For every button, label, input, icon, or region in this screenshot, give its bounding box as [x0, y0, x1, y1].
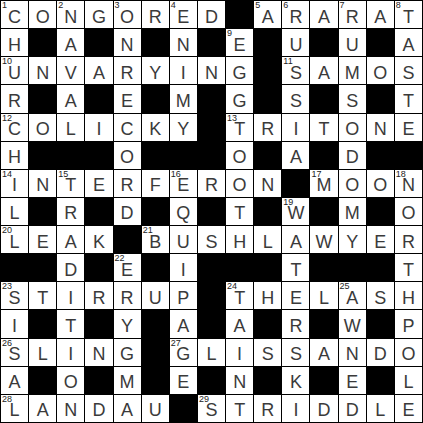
- clue-number: 25: [340, 282, 350, 291]
- cell-letter: C: [121, 116, 134, 138]
- black-cell: [85, 142, 112, 169]
- grid-cell[interactable]: 24T: [226, 282, 253, 309]
- cell-letter: T: [403, 257, 414, 279]
- grid-cell[interactable]: 29S: [198, 395, 225, 422]
- cell-letter: T: [319, 116, 330, 138]
- grid-cell[interactable]: 17M: [310, 170, 337, 197]
- cell-letter: S: [374, 285, 386, 307]
- grid-cell[interactable]: D: [198, 1, 225, 28]
- grid-cell[interactable]: A: [310, 57, 337, 84]
- black-cell: [85, 367, 112, 394]
- cell-letter: N: [64, 397, 77, 419]
- grid-cell[interactable]: S: [339, 85, 366, 112]
- grid-cell[interactable]: A: [1, 367, 28, 394]
- black-cell: [310, 198, 337, 225]
- clue-number: 14: [2, 170, 12, 179]
- cell-letter: A: [318, 341, 330, 363]
- cell-letter: W: [316, 229, 333, 251]
- cell-letter: L: [375, 397, 385, 419]
- grid-cell[interactable]: A: [226, 310, 253, 337]
- grid-cell[interactable]: O: [395, 339, 422, 366]
- cell-letter: O: [401, 200, 415, 222]
- cell-letter: R: [261, 116, 274, 138]
- grid-cell[interactable]: N: [29, 170, 56, 197]
- grid-cell[interactable]: I: [282, 114, 309, 141]
- black-cell: [367, 367, 394, 394]
- grid-cell[interactable]: A: [85, 57, 112, 84]
- cell-letter: S: [262, 341, 274, 363]
- black-cell: [85, 310, 112, 337]
- cell-letter: N: [177, 32, 190, 54]
- grid-cell[interactable]: L: [395, 367, 422, 394]
- clue-number: 6: [283, 1, 288, 10]
- grid-cell[interactable]: A: [170, 310, 197, 337]
- cell-letter: I: [68, 341, 73, 363]
- cell-letter: K: [290, 369, 302, 391]
- grid-cell[interactable]: P: [170, 282, 197, 309]
- grid-cell[interactable]: N: [254, 170, 281, 197]
- grid-cell[interactable]: I: [282, 395, 309, 422]
- black-cell: [367, 254, 394, 281]
- grid-cell[interactable]: D: [339, 395, 366, 422]
- clue-number: 19: [283, 198, 293, 207]
- grid-cell[interactable]: I: [57, 282, 84, 309]
- grid-cell[interactable]: R: [254, 114, 281, 141]
- cell-letter: S: [205, 229, 217, 251]
- cell-letter: D: [64, 257, 77, 279]
- cell-letter: L: [66, 116, 76, 138]
- cell-letter: R: [121, 60, 134, 82]
- grid-cell[interactable]: I: [1, 310, 28, 337]
- grid-cell[interactable]: A: [57, 85, 84, 112]
- grid-cell[interactable]: O: [367, 170, 394, 197]
- cell-letter: I: [12, 172, 17, 194]
- cell-letter: I: [96, 116, 101, 138]
- grid-cell[interactable]: S: [395, 57, 422, 84]
- grid-cell[interactable]: S: [367, 282, 394, 309]
- grid-cell[interactable]: H: [1, 29, 28, 56]
- grid-cell[interactable]: N: [226, 367, 253, 394]
- grid-cell[interactable]: O: [29, 114, 56, 141]
- black-cell: [310, 310, 337, 337]
- cell-letter: D: [121, 200, 134, 222]
- black-cell: [254, 85, 281, 112]
- grid-cell[interactable]: T: [395, 85, 422, 112]
- cell-letter: R: [92, 285, 105, 307]
- grid-cell[interactable]: 12C: [1, 114, 28, 141]
- black-cell: [198, 310, 225, 337]
- grid-cell[interactable]: N: [114, 29, 141, 56]
- grid-cell[interactable]: A: [29, 395, 56, 422]
- grid-cell[interactable]: 8T: [395, 1, 422, 28]
- grid-cell[interactable]: T: [226, 395, 253, 422]
- grid-cell[interactable]: K: [282, 367, 309, 394]
- black-cell: [226, 254, 253, 281]
- cell-letter: N: [36, 172, 49, 194]
- cell-letter: T: [234, 397, 245, 419]
- black-cell: [254, 57, 281, 84]
- cell-letter: O: [401, 341, 415, 363]
- clue-number: 13: [227, 114, 237, 123]
- grid-cell[interactable]: U: [170, 226, 197, 253]
- cell-letter: M: [120, 369, 135, 391]
- cell-letter: G: [92, 4, 106, 26]
- cell-letter: E: [37, 229, 49, 251]
- grid-cell[interactable]: A: [57, 226, 84, 253]
- grid-cell[interactable]: 28L: [1, 395, 28, 422]
- grid-cell[interactable]: T: [57, 310, 84, 337]
- cell-letter: V: [65, 60, 77, 82]
- cell-letter: U: [177, 229, 190, 251]
- cell-letter: H: [233, 229, 246, 251]
- grid-cell[interactable]: H: [395, 282, 422, 309]
- grid-cell[interactable]: I: [226, 339, 253, 366]
- grid-cell[interactable]: E: [114, 85, 141, 112]
- cell-letter: L: [38, 341, 48, 363]
- grid-cell[interactable]: M: [114, 367, 141, 394]
- grid-cell[interactable]: N: [29, 57, 56, 84]
- grid-cell[interactable]: I: [57, 339, 84, 366]
- cell-letter: N: [205, 60, 218, 82]
- grid-cell[interactable]: O: [226, 170, 253, 197]
- grid-cell[interactable]: E: [29, 226, 56, 253]
- grid-cell[interactable]: T: [395, 254, 422, 281]
- grid-cell[interactable]: D: [114, 198, 141, 225]
- grid-cell[interactable]: 6R: [282, 1, 309, 28]
- grid-cell[interactable]: R: [114, 282, 141, 309]
- grid-cell[interactable]: R: [114, 57, 141, 84]
- grid-cell[interactable]: O: [367, 57, 394, 84]
- cell-letter: S: [290, 341, 302, 363]
- grid-cell[interactable]: O: [395, 198, 422, 225]
- grid-cell[interactable]: R: [1, 85, 28, 112]
- grid-cell[interactable]: R: [395, 226, 422, 253]
- black-cell: [198, 29, 225, 56]
- grid-cell[interactable]: S: [282, 85, 309, 112]
- grid-cell[interactable]: E: [395, 395, 422, 422]
- cell-letter: H: [402, 285, 415, 307]
- grid-cell[interactable]: R: [57, 198, 84, 225]
- cell-letter: G: [120, 341, 134, 363]
- black-cell: [310, 367, 337, 394]
- cell-letter: N: [233, 369, 246, 391]
- clue-number: 3: [115, 1, 120, 10]
- grid-cell[interactable]: S: [198, 226, 225, 253]
- cell-letter: D: [92, 397, 105, 419]
- cell-letter: A: [290, 229, 302, 251]
- grid-cell[interactable]: F: [142, 170, 169, 197]
- grid-cell[interactable]: Y: [114, 310, 141, 337]
- grid-cell[interactable]: 2N: [57, 1, 84, 28]
- grid-cell[interactable]: T: [310, 114, 337, 141]
- grid-cell[interactable]: N: [339, 339, 366, 366]
- cell-letter: T: [403, 4, 414, 26]
- cell-letter: I: [293, 397, 298, 419]
- cell-letter: A: [65, 32, 77, 54]
- grid-cell[interactable]: D: [57, 254, 84, 281]
- black-cell: [170, 142, 197, 169]
- clue-number: 11: [283, 57, 292, 66]
- grid-cell[interactable]: 1C: [1, 1, 28, 28]
- grid-cell[interactable]: A: [282, 226, 309, 253]
- cell-letter: L: [206, 341, 216, 363]
- cell-letter: I: [12, 313, 17, 335]
- grid-cell[interactable]: Y: [142, 57, 169, 84]
- cell-letter: O: [233, 172, 247, 194]
- cell-letter: R: [261, 397, 274, 419]
- grid-cell[interactable]: M: [339, 198, 366, 225]
- grid-cell[interactable]: T: [282, 254, 309, 281]
- grid-cell[interactable]: A: [310, 339, 337, 366]
- grid-cell[interactable]: 14I: [1, 170, 28, 197]
- black-cell: [85, 29, 112, 56]
- cell-letter: U: [289, 32, 302, 54]
- grid-cell[interactable]: A: [367, 1, 394, 28]
- cell-letter: U: [149, 285, 162, 307]
- clue-number: 17: [311, 170, 321, 179]
- cell-letter: O: [64, 369, 78, 391]
- cell-letter: D: [318, 397, 331, 419]
- grid-cell[interactable]: K: [85, 226, 112, 253]
- grid-cell[interactable]: 26S: [1, 339, 28, 366]
- grid-cell[interactable]: Q: [170, 198, 197, 225]
- grid-cell[interactable]: A: [114, 395, 141, 422]
- cell-letter: E: [374, 229, 386, 251]
- grid-cell[interactable]: N: [170, 29, 197, 56]
- grid-cell[interactable]: L: [254, 226, 281, 253]
- black-cell: [198, 282, 225, 309]
- cell-letter: A: [374, 4, 386, 26]
- grid-cell[interactable]: 7R: [339, 1, 366, 28]
- cell-letter: O: [345, 116, 359, 138]
- cell-letter: O: [345, 172, 359, 194]
- cell-letter: S: [290, 88, 302, 110]
- grid-cell[interactable]: 13T: [226, 114, 253, 141]
- cell-letter: A: [121, 397, 133, 419]
- grid-cell[interactable]: 3O: [114, 1, 141, 28]
- grid-cell[interactable]: 19W: [282, 198, 309, 225]
- grid-cell[interactable]: G: [85, 1, 112, 28]
- grid-cell[interactable]: R: [254, 395, 281, 422]
- cell-letter: D: [374, 341, 387, 363]
- black-cell: [310, 142, 337, 169]
- cell-letter: E: [290, 285, 302, 307]
- grid-cell[interactable]: I: [170, 57, 197, 84]
- grid-cell[interactable]: R: [142, 1, 169, 28]
- clue-number: 20: [2, 226, 12, 235]
- grid-cell[interactable]: O: [339, 114, 366, 141]
- grid-cell[interactable]: S: [254, 339, 281, 366]
- grid-cell[interactable]: 16E: [170, 170, 197, 197]
- grid-cell[interactable]: L: [198, 339, 225, 366]
- cell-letter: O: [120, 4, 134, 26]
- grid-cell[interactable]: L: [57, 114, 84, 141]
- grid-cell[interactable]: L: [29, 339, 56, 366]
- black-cell: [310, 254, 337, 281]
- grid-cell[interactable]: 18N: [395, 170, 422, 197]
- grid-cell[interactable]: 20L: [1, 226, 28, 253]
- grid-cell[interactable]: M: [170, 85, 197, 112]
- grid-cell[interactable]: 4E: [170, 1, 197, 28]
- cell-letter: R: [346, 4, 359, 26]
- grid-cell[interactable]: H: [254, 282, 281, 309]
- grid-cell[interactable]: O: [339, 170, 366, 197]
- clue-number: 21: [143, 226, 153, 235]
- grid-cell[interactable]: 9E: [226, 29, 253, 56]
- grid-cell[interactable]: K: [142, 114, 169, 141]
- grid-cell[interactable]: U: [142, 395, 169, 422]
- grid-cell[interactable]: H: [226, 226, 253, 253]
- clue-number: 22: [115, 254, 125, 263]
- grid-cell[interactable]: W: [310, 226, 337, 253]
- grid-cell[interactable]: E: [367, 226, 394, 253]
- grid-cell[interactable]: D: [310, 395, 337, 422]
- grid-cell[interactable]: E: [339, 367, 366, 394]
- grid-cell[interactable]: 22E: [114, 254, 141, 281]
- grid-cell[interactable]: 21B: [142, 226, 169, 253]
- grid-cell[interactable]: S: [282, 339, 309, 366]
- grid-cell[interactable]: N: [198, 57, 225, 84]
- grid-cell[interactable]: Y: [170, 114, 197, 141]
- cell-letter: N: [64, 4, 77, 26]
- cell-letter: R: [205, 172, 218, 194]
- grid-cell[interactable]: E: [170, 367, 197, 394]
- cell-letter: N: [121, 32, 134, 54]
- cell-letter: M: [345, 60, 360, 82]
- grid-cell[interactable]: A: [282, 142, 309, 169]
- black-cell: [367, 310, 394, 337]
- grid-cell[interactable]: G: [226, 57, 253, 84]
- grid-cell[interactable]: U: [282, 29, 309, 56]
- cell-letter: F: [150, 172, 161, 194]
- clue-number: 16: [171, 170, 181, 179]
- grid-cell[interactable]: P: [395, 310, 422, 337]
- cell-letter: E: [234, 32, 246, 54]
- grid-cell[interactable]: O: [114, 142, 141, 169]
- grid-cell[interactable]: O: [57, 367, 84, 394]
- cell-letter: G: [233, 88, 247, 110]
- grid-cell[interactable]: 11S: [282, 57, 309, 84]
- black-cell: [254, 198, 281, 225]
- grid-cell[interactable]: D: [339, 142, 366, 169]
- grid-cell[interactable]: T: [226, 198, 253, 225]
- black-cell: [198, 198, 225, 225]
- black-cell: [254, 310, 281, 337]
- grid-cell[interactable]: Y: [339, 226, 366, 253]
- black-cell: [142, 85, 169, 112]
- cell-letter: O: [120, 144, 134, 166]
- grid-cell[interactable]: N: [367, 114, 394, 141]
- cell-letter: Y: [346, 229, 358, 251]
- grid-cell[interactable]: D: [85, 395, 112, 422]
- grid-cell[interactable]: T: [29, 282, 56, 309]
- cell-letter: L: [263, 229, 273, 251]
- grid-cell[interactable]: V: [57, 57, 84, 84]
- grid-cell[interactable]: 27G: [170, 339, 197, 366]
- grid-cell[interactable]: H: [1, 142, 28, 169]
- grid-cell[interactable]: O: [226, 142, 253, 169]
- cell-letter: O: [373, 172, 387, 194]
- grid-cell[interactable]: E: [282, 282, 309, 309]
- grid-cell[interactable]: 25A: [339, 282, 366, 309]
- grid-cell[interactable]: N: [85, 339, 112, 366]
- grid-cell[interactable]: R: [114, 170, 141, 197]
- grid-cell[interactable]: G: [226, 85, 253, 112]
- grid-cell[interactable]: A: [57, 29, 84, 56]
- grid-cell[interactable]: 15T: [57, 170, 84, 197]
- black-cell: [198, 142, 225, 169]
- grid-cell[interactable]: A: [310, 1, 337, 28]
- cell-letter: L: [403, 369, 413, 391]
- grid-cell[interactable]: E: [85, 170, 112, 197]
- grid-cell[interactable]: O: [29, 1, 56, 28]
- grid-cell[interactable]: G: [114, 339, 141, 366]
- grid-cell[interactable]: L: [310, 282, 337, 309]
- cell-letter: A: [290, 144, 302, 166]
- grid-cell[interactable]: I: [170, 254, 197, 281]
- cell-letter: E: [177, 4, 189, 26]
- black-cell: [142, 198, 169, 225]
- cell-letter: A: [177, 313, 189, 335]
- black-cell: [29, 367, 56, 394]
- cell-letter: A: [65, 229, 77, 251]
- cell-letter: S: [346, 88, 358, 110]
- grid-cell[interactable]: L: [1, 198, 28, 225]
- cell-letter: E: [346, 369, 358, 391]
- cell-letter: T: [234, 200, 245, 222]
- grid-cell[interactable]: C: [114, 114, 141, 141]
- grid-cell[interactable]: E: [395, 114, 422, 141]
- black-cell: [114, 226, 141, 253]
- cell-letter: O: [373, 60, 387, 82]
- grid-cell[interactable]: D: [367, 339, 394, 366]
- cell-letter: A: [318, 60, 330, 82]
- clue-number: 15: [58, 170, 68, 179]
- grid-cell[interactable]: 23S: [1, 282, 28, 309]
- black-cell: [170, 395, 197, 422]
- grid-cell[interactable]: W: [339, 310, 366, 337]
- cell-letter: O: [233, 144, 247, 166]
- cell-letter: R: [402, 229, 415, 251]
- cell-letter: D: [346, 397, 359, 419]
- cell-letter: U: [346, 32, 359, 54]
- black-cell: [142, 339, 169, 366]
- grid-cell[interactable]: U: [339, 29, 366, 56]
- grid-cell[interactable]: R: [85, 282, 112, 309]
- grid-cell[interactable]: N: [57, 395, 84, 422]
- grid-cell[interactable]: A: [395, 29, 422, 56]
- cell-letter: E: [402, 116, 414, 138]
- grid-cell[interactable]: L: [367, 395, 394, 422]
- cell-letter: A: [9, 369, 21, 391]
- grid-cell[interactable]: I: [85, 114, 112, 141]
- grid-cell[interactable]: M: [339, 57, 366, 84]
- grid-cell[interactable]: 5A: [254, 1, 281, 28]
- cell-letter: Y: [149, 60, 161, 82]
- cell-letter: I: [181, 257, 186, 279]
- black-cell: [29, 29, 56, 56]
- grid-cell[interactable]: R: [198, 170, 225, 197]
- clue-number: 27: [171, 339, 181, 348]
- clue-number: 26: [2, 339, 12, 348]
- grid-cell[interactable]: 10U: [1, 57, 28, 84]
- black-cell: [29, 254, 56, 281]
- grid-cell[interactable]: U: [142, 282, 169, 309]
- cell-letter: R: [8, 88, 21, 110]
- cell-letter: K: [149, 116, 161, 138]
- grid-cell[interactable]: R: [282, 310, 309, 337]
- black-cell: [29, 310, 56, 337]
